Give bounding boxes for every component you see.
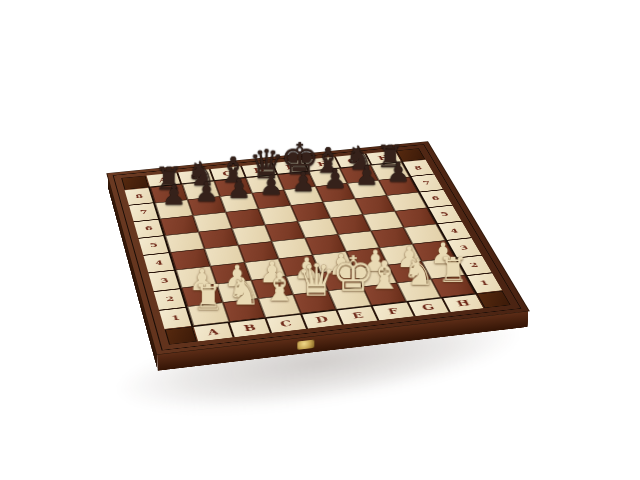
black-pawn-glyph: ♟ [382,161,414,186]
white-bishop-glyph: ♝ [261,269,297,306]
black-pawn-glyph: ♟ [351,164,384,189]
piece-black-pawn[interactable]: ♟ [347,180,386,199]
photo-stage: ABCDEFGH ABCDEFGH 87654321 87654321 ♜♞♝♛… [0,0,640,480]
white-rook-glyph: ♜ [190,281,226,314]
white-knight-glyph: ♞ [401,255,437,290]
black-pawn-glyph: ♟ [255,174,288,200]
piece-black-pawn[interactable]: ♟ [379,177,419,195]
white-king-glyph: ♚ [332,252,368,298]
piece-black-pawn[interactable]: ♟ [316,183,355,202]
white-knight-glyph: ♞ [226,275,262,310]
file-label-bottom-f: F [373,302,413,320]
white-rook-glyph: ♜ [435,254,470,287]
black-pawn-glyph: ♟ [223,177,256,203]
black-pawn-glyph: ♟ [287,170,320,196]
piece-white-rook[interactable]: ♜ [187,303,229,326]
file-label-bottom-g: G [408,298,449,316]
front-latch-icon [298,340,315,350]
black-pawn-glyph: ♟ [157,183,190,209]
black-pawn-glyph: ♟ [319,167,352,193]
frame-corner-near-left [165,326,197,344]
right-latch-icon [476,227,481,243]
square-h6[interactable] [387,192,427,211]
chess-board: ABCDEFGH ABCDEFGH 87654321 87654321 ♜♞♝♛… [107,142,528,354]
white-queen-glyph: ♛ [297,260,333,302]
black-pawn-glyph: ♟ [190,180,223,206]
scene-3d: ABCDEFGH ABCDEFGH 87654321 87654321 ♜♞♝♛… [0,0,640,480]
